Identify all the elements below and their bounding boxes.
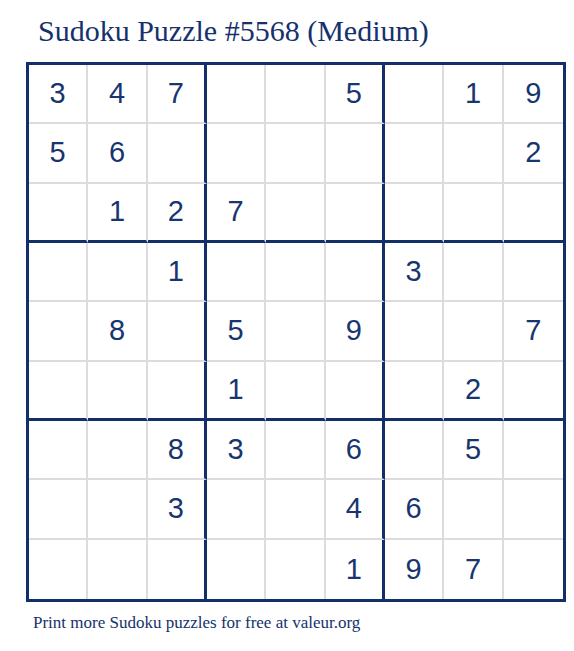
- given-digit: 7: [228, 195, 244, 228]
- cell-r6c8[interactable]: 2: [444, 362, 503, 421]
- given-digit: 9: [525, 77, 541, 110]
- cell-r9c8[interactable]: 7: [444, 540, 503, 599]
- cell-r1c6[interactable]: 5: [326, 65, 385, 124]
- given-digit: 5: [50, 136, 66, 169]
- cell-r1c1[interactable]: 3: [29, 65, 88, 124]
- given-digit: 4: [109, 77, 125, 110]
- given-digit: 3: [168, 492, 184, 525]
- cell-r6c5[interactable]: [266, 362, 325, 421]
- cell-r4c8[interactable]: [444, 243, 503, 302]
- given-digit: 7: [525, 314, 541, 347]
- given-digit: 2: [465, 373, 481, 406]
- cell-r3c3[interactable]: 2: [148, 184, 207, 243]
- cell-r8c2[interactable]: [88, 480, 147, 539]
- cell-r7c9[interactable]: [504, 421, 563, 480]
- cell-r4c7[interactable]: 3: [385, 243, 444, 302]
- cell-r5c4[interactable]: 5: [207, 302, 266, 361]
- cell-r9c6[interactable]: 1: [326, 540, 385, 599]
- cell-r9c2[interactable]: [88, 540, 147, 599]
- given-digit: 8: [168, 433, 184, 466]
- cell-r2c3[interactable]: [148, 124, 207, 183]
- given-digit: 7: [465, 553, 481, 586]
- cell-r6c3[interactable]: [148, 362, 207, 421]
- cell-r5c8[interactable]: [444, 302, 503, 361]
- page-title: Sudoku Puzzle #5568 (Medium): [38, 14, 429, 48]
- given-digit: 2: [168, 195, 184, 228]
- cell-r1c2[interactable]: 4: [88, 65, 147, 124]
- cell-r1c5[interactable]: [266, 65, 325, 124]
- cell-r5c5[interactable]: [266, 302, 325, 361]
- cell-r4c1[interactable]: [29, 243, 88, 302]
- cell-r4c4[interactable]: [207, 243, 266, 302]
- given-digit: 5: [465, 433, 481, 466]
- cell-r7c3[interactable]: 8: [148, 421, 207, 480]
- cell-r4c9[interactable]: [504, 243, 563, 302]
- given-digit: 6: [109, 136, 125, 169]
- cell-r8c5[interactable]: [266, 480, 325, 539]
- cell-r6c2[interactable]: [88, 362, 147, 421]
- cell-r9c3[interactable]: [148, 540, 207, 599]
- cell-r1c3[interactable]: 7: [148, 65, 207, 124]
- given-digit: 1: [228, 373, 244, 406]
- cell-r5c2[interactable]: 8: [88, 302, 147, 361]
- cell-r9c7[interactable]: 9: [385, 540, 444, 599]
- cell-r8c9[interactable]: [504, 480, 563, 539]
- cell-r7c1[interactable]: [29, 421, 88, 480]
- cell-r8c6[interactable]: 4: [326, 480, 385, 539]
- given-digit: 1: [168, 255, 184, 288]
- cell-r5c9[interactable]: 7: [504, 302, 563, 361]
- given-digit: 3: [50, 77, 66, 110]
- cell-r2c4[interactable]: [207, 124, 266, 183]
- given-digit: 4: [346, 492, 362, 525]
- given-digit: 9: [406, 553, 422, 586]
- cell-r2c7[interactable]: [385, 124, 444, 183]
- cell-r6c7[interactable]: [385, 362, 444, 421]
- cell-r5c1[interactable]: [29, 302, 88, 361]
- cell-r8c4[interactable]: [207, 480, 266, 539]
- cell-r9c4[interactable]: [207, 540, 266, 599]
- cell-r6c9[interactable]: [504, 362, 563, 421]
- cell-r2c1[interactable]: 5: [29, 124, 88, 183]
- given-digit: 6: [406, 492, 422, 525]
- cell-r3c5[interactable]: [266, 184, 325, 243]
- given-digit: 8: [109, 314, 125, 347]
- cell-r3c6[interactable]: [326, 184, 385, 243]
- cell-r6c6[interactable]: [326, 362, 385, 421]
- sudoku-board: 347519562127138597128365346197: [26, 62, 566, 602]
- cell-r7c7[interactable]: [385, 421, 444, 480]
- cell-r4c2[interactable]: [88, 243, 147, 302]
- cell-r5c6[interactable]: 9: [326, 302, 385, 361]
- given-digit: 6: [346, 433, 362, 466]
- cell-r4c3[interactable]: 1: [148, 243, 207, 302]
- given-digit: 9: [346, 314, 362, 347]
- cell-r9c1[interactable]: [29, 540, 88, 599]
- sudoku-page: Sudoku Puzzle #5568 (Medium) 34751956212…: [0, 0, 574, 651]
- given-digit: 5: [228, 314, 244, 347]
- cell-r2c5[interactable]: [266, 124, 325, 183]
- cell-r6c4[interactable]: 1: [207, 362, 266, 421]
- cell-r3c8[interactable]: [444, 184, 503, 243]
- cell-r3c4[interactable]: 7: [207, 184, 266, 243]
- cell-r1c9[interactable]: 9: [504, 65, 563, 124]
- cell-r3c2[interactable]: 1: [88, 184, 147, 243]
- cell-r9c5[interactable]: [266, 540, 325, 599]
- cell-r7c2[interactable]: [88, 421, 147, 480]
- given-digit: 3: [406, 255, 422, 288]
- given-digit: 1: [346, 553, 362, 586]
- cell-r1c8[interactable]: 1: [444, 65, 503, 124]
- given-digit: 2: [525, 136, 541, 169]
- given-digit: 1: [465, 77, 481, 110]
- cell-r8c8[interactable]: [444, 480, 503, 539]
- cell-r4c6[interactable]: [326, 243, 385, 302]
- cell-r9c9[interactable]: [504, 540, 563, 599]
- cell-r1c7[interactable]: [385, 65, 444, 124]
- cell-r6c1[interactable]: [29, 362, 88, 421]
- cell-r7c8[interactable]: 5: [444, 421, 503, 480]
- cell-r3c7[interactable]: [385, 184, 444, 243]
- cell-r7c6[interactable]: 6: [326, 421, 385, 480]
- footer-text: Print more Sudoku puzzles for free at va…: [33, 613, 360, 633]
- cell-r7c4[interactable]: 3: [207, 421, 266, 480]
- given-digit: 3: [228, 433, 244, 466]
- cell-r7c5[interactable]: [266, 421, 325, 480]
- cell-r4c5[interactable]: [266, 243, 325, 302]
- given-digit: 5: [346, 77, 362, 110]
- cell-r8c1[interactable]: [29, 480, 88, 539]
- cell-r1c4[interactable]: [207, 65, 266, 124]
- cell-r2c8[interactable]: [444, 124, 503, 183]
- cell-r2c2[interactable]: 6: [88, 124, 147, 183]
- cell-r3c9[interactable]: [504, 184, 563, 243]
- cell-r3c1[interactable]: [29, 184, 88, 243]
- cell-r5c7[interactable]: [385, 302, 444, 361]
- cell-r5c3[interactable]: [148, 302, 207, 361]
- given-digit: 1: [109, 195, 125, 228]
- cell-r2c6[interactable]: [326, 124, 385, 183]
- given-digit: 7: [168, 77, 184, 110]
- cell-r8c7[interactable]: 6: [385, 480, 444, 539]
- cell-r2c9[interactable]: 2: [504, 124, 563, 183]
- cell-r8c3[interactable]: 3: [148, 480, 207, 539]
